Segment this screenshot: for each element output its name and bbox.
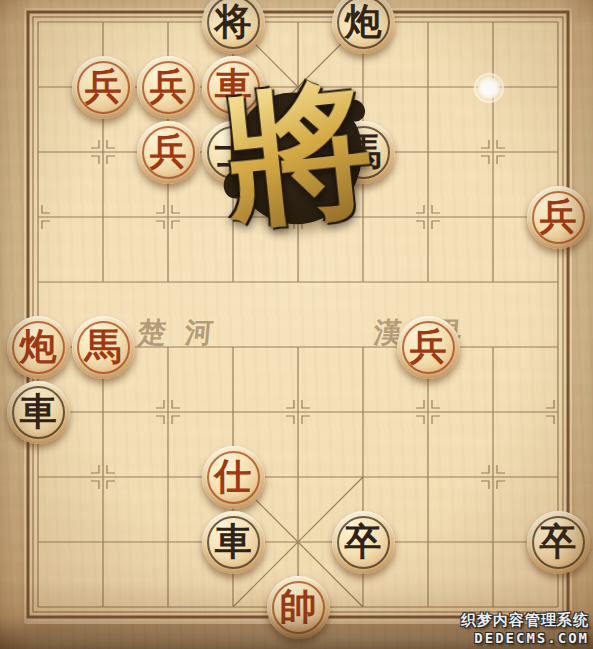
piece-chariot-black[interactable]: 車 bbox=[6, 380, 71, 445]
piece-glyph: 兵 bbox=[540, 198, 577, 235]
piece-soldier-red[interactable]: 兵 bbox=[136, 55, 201, 120]
piece-glyph: 兵 bbox=[150, 133, 187, 170]
piece-soldier-black[interactable]: 卒 bbox=[331, 510, 396, 575]
watermark-line2: DEDECMS.COM bbox=[461, 630, 589, 646]
watermark: 织梦内容管理系统 DEDECMS.COM bbox=[461, 611, 589, 646]
watermark-line1: 织梦内容管理系统 bbox=[461, 611, 589, 630]
piece-soldier-red[interactable]: 兵 bbox=[526, 185, 591, 250]
piece-glyph: 帥 bbox=[280, 588, 317, 625]
piece-horse-red[interactable]: 馬 bbox=[71, 315, 136, 380]
piece-chariot-black[interactable]: 車 bbox=[201, 510, 266, 575]
piece-glyph: 車 bbox=[215, 523, 252, 560]
piece-soldier-red[interactable]: 兵 bbox=[71, 55, 136, 120]
check-glyph: 將 bbox=[217, 71, 380, 234]
piece-glyph: 卒 bbox=[540, 523, 577, 560]
piece-glyph: 兵 bbox=[150, 68, 187, 105]
piece-glyph: 将 bbox=[215, 3, 252, 40]
piece-soldier-red[interactable]: 兵 bbox=[396, 315, 461, 380]
xiangqi-game-screen: 楚河 漢界 将炮兵兵車兵士馬兵炮馬兵車仕車卒卒帥 將 织梦内容管理系统 DEDE… bbox=[0, 0, 593, 649]
check-announcement: 將 bbox=[228, 82, 368, 232]
piece-glyph: 炮 bbox=[345, 3, 382, 40]
piece-glyph: 炮 bbox=[20, 328, 57, 365]
piece-glyph: 仕 bbox=[215, 458, 252, 495]
move-highlight-sparkle[interactable] bbox=[472, 71, 506, 105]
piece-cannon-red[interactable]: 炮 bbox=[6, 315, 71, 380]
piece-glyph: 兵 bbox=[410, 328, 447, 365]
piece-general-black[interactable]: 将 bbox=[201, 0, 266, 55]
piece-soldier-black[interactable]: 卒 bbox=[526, 510, 591, 575]
piece-glyph: 車 bbox=[20, 393, 57, 430]
piece-advisor-red[interactable]: 仕 bbox=[201, 445, 266, 510]
piece-cannon-black[interactable]: 炮 bbox=[331, 0, 396, 55]
piece-soldier-red[interactable]: 兵 bbox=[136, 120, 201, 185]
piece-glyph: 兵 bbox=[85, 68, 122, 105]
piece-general-red[interactable]: 帥 bbox=[266, 575, 331, 640]
piece-glyph: 馬 bbox=[85, 328, 122, 365]
piece-glyph: 卒 bbox=[345, 523, 382, 560]
